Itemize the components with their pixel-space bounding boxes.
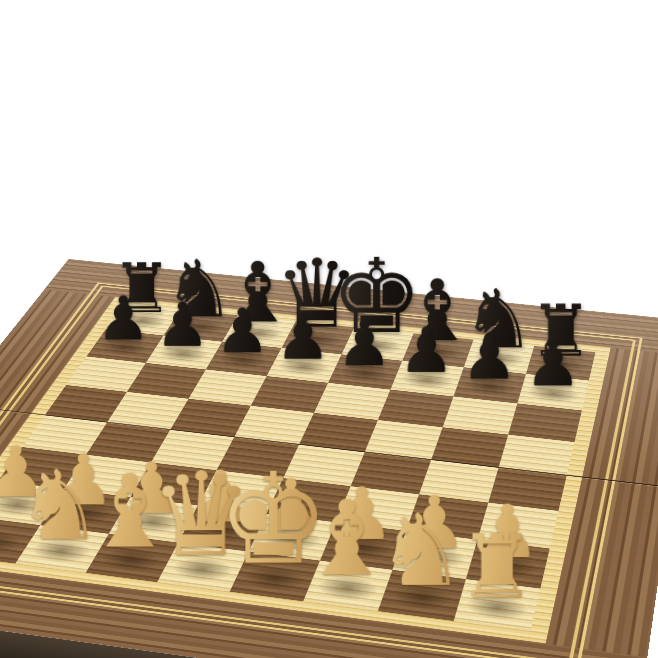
chessboard: ♜♞♝♛♚♝♞♜♟♟♟♟♟♟♟♟♟♟♟♟♟♟♟♟♜♞♝♛♚♝♞♜ <box>0 259 658 658</box>
piece-black-pawn-h7[interactable]: ♟ <box>517 374 589 411</box>
black-pawn-icon: ♟ <box>476 333 629 396</box>
scene: ♜♞♝♛♚♝♞♜♟♟♟♟♟♟♟♟♟♟♟♟♟♟♟♟♜♞♝♛♚♝♞♜ <box>0 0 658 658</box>
white-rook-icon: ♜ <box>405 524 588 611</box>
photo-canvas: ♜♞♝♛♚♝♞♜♟♟♟♟♟♟♟♟♟♟♟♟♟♟♟♟♜♞♝♛♚♝♞♜ <box>0 0 658 658</box>
